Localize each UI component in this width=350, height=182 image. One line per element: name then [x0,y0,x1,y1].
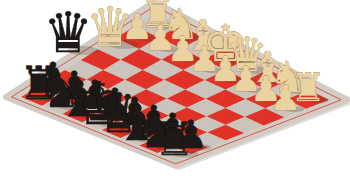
piece-camel-pawn-h7: ♟ [270,77,301,118]
chess-set-product-photo: ♜♞♟♛♝♟♛♚♟♛♟♟♝♟♟♞♜♟♟♜♞♟♟♝♟♚♟♛♟♝♟♞♟♜ [0,0,350,182]
chess-board-scene: ♜♞♟♛♝♟♛♚♟♛♟♟♝♟♟♞♜♟♟♜♞♟♟♝♟♚♟♛♟♝♟♞♟♜ [0,0,350,182]
piece-black-rook-h1: ♜ [154,113,195,166]
